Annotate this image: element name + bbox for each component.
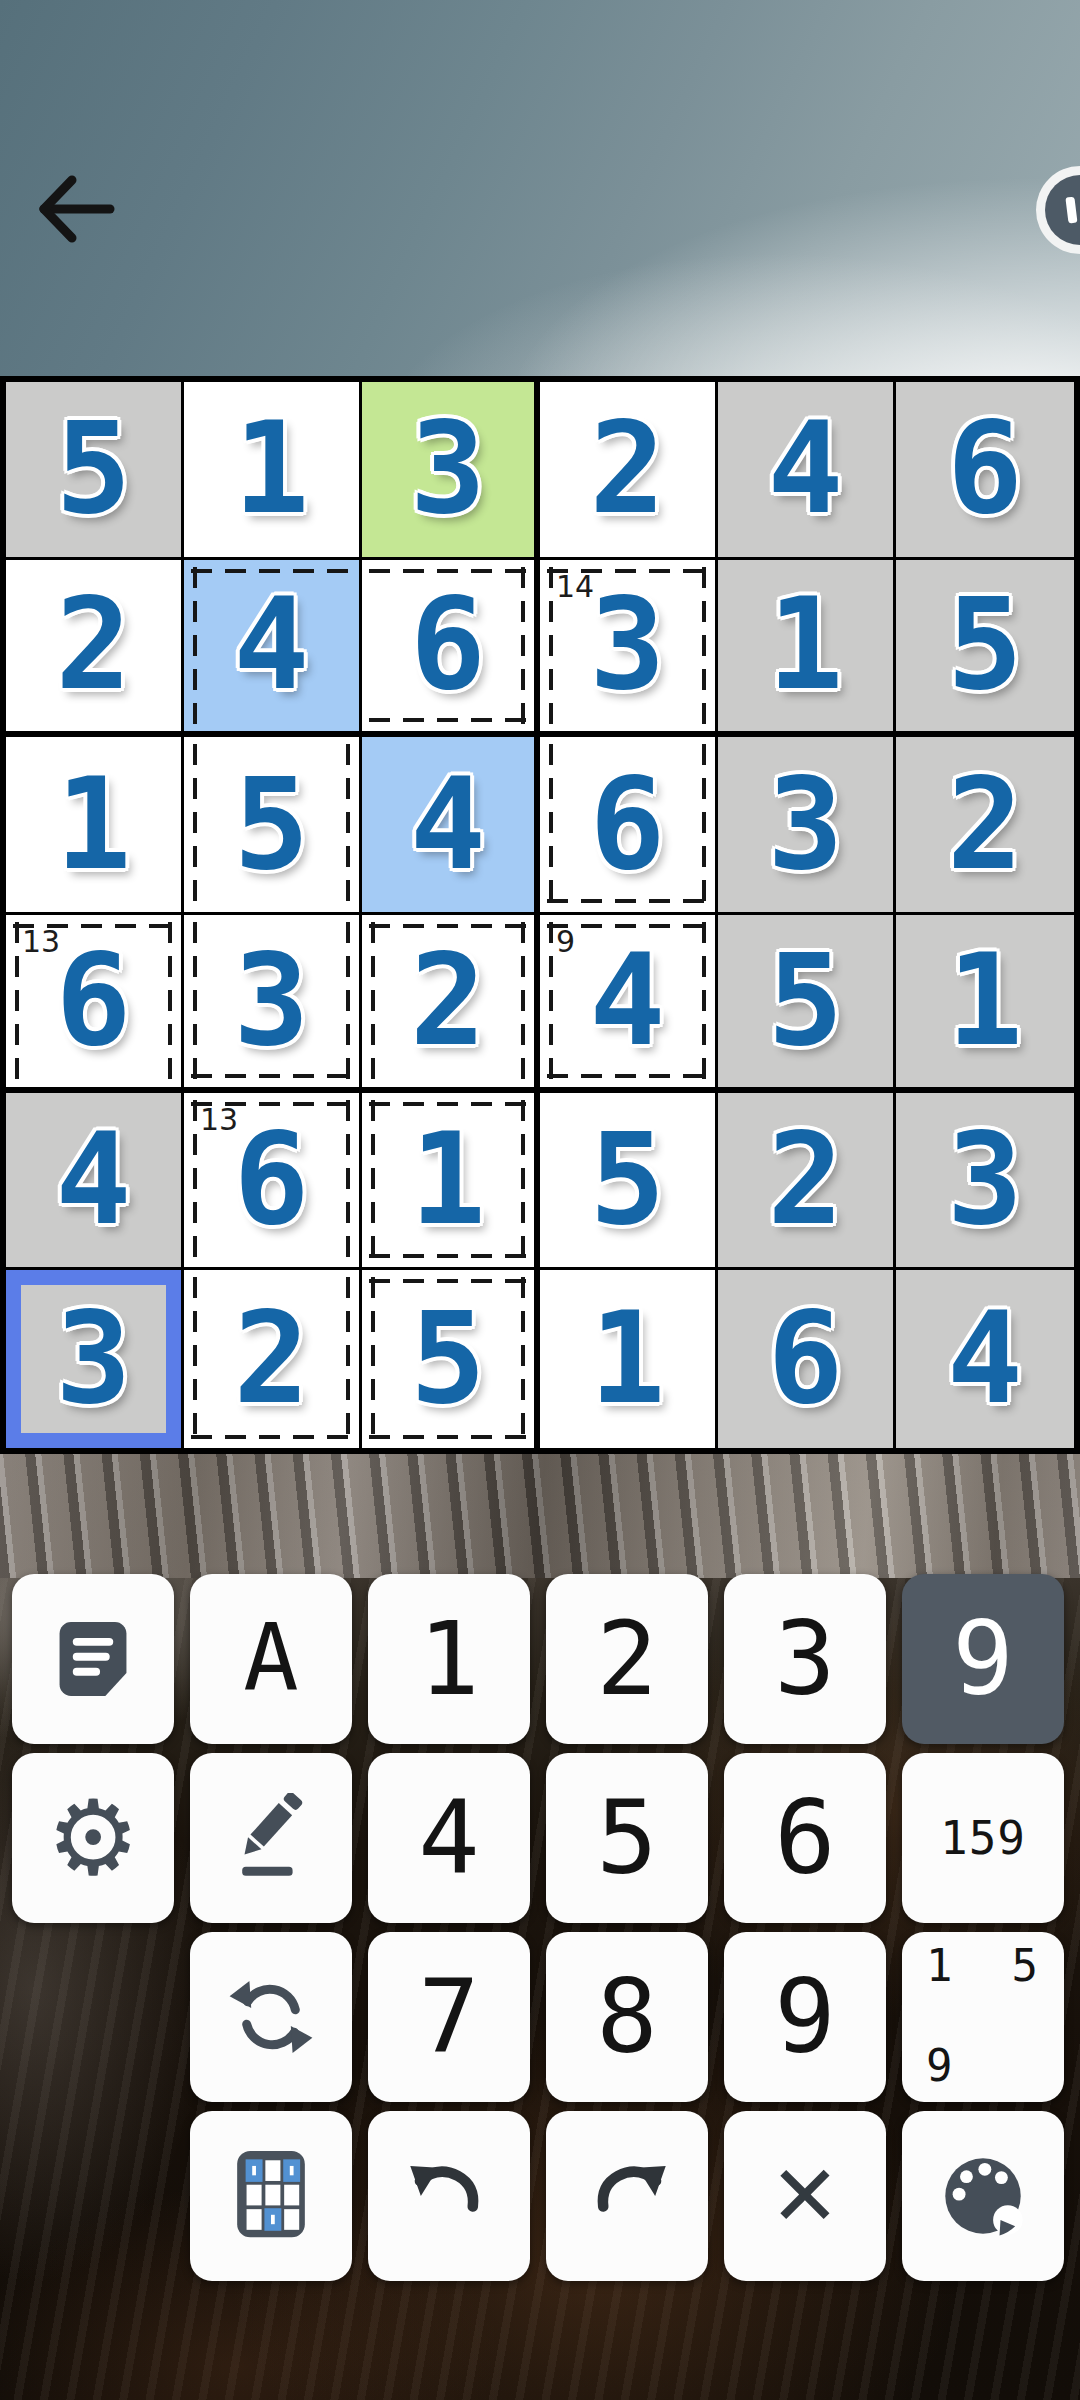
grid-cell-r5c6[interactable]: 3 — [896, 1093, 1074, 1271]
grid-cell-r4c3[interactable]: 2 — [362, 915, 540, 1093]
button-label: 9 — [952, 1608, 1013, 1710]
digit-8-button[interactable]: 8 — [546, 1932, 708, 2102]
button-label: 6 — [774, 1787, 835, 1889]
grid-cell-r5c5[interactable]: 2 — [718, 1093, 896, 1271]
cage-sum-label: 13 — [22, 925, 60, 958]
button-label: A — [243, 1613, 298, 1705]
button-label: 1 — [418, 1608, 479, 1710]
grid-cell-r6c3[interactable]: 5 — [362, 1270, 540, 1448]
cell-value: 3 — [768, 762, 844, 888]
cell-value: 5 — [768, 938, 844, 1064]
cage-border — [371, 1100, 375, 1261]
grid-cell-r4c4[interactable]: 94 — [540, 915, 718, 1093]
corner-note-digit: 1 — [926, 1944, 953, 1988]
corner-note-digit: 9 — [926, 2044, 953, 2088]
digit-5-button[interactable]: 5 — [546, 1753, 708, 1923]
sudoku-board: 5132462461431515463213632945141361523325… — [0, 376, 1080, 1454]
restart-button[interactable] — [190, 1932, 352, 2102]
undo-button[interactable] — [368, 2111, 530, 2281]
cage-border — [191, 1435, 352, 1439]
button-label: 5 — [596, 1787, 657, 1889]
cage-border — [521, 1100, 525, 1261]
cage-border — [369, 1254, 527, 1258]
digit-3-button[interactable]: 3 — [724, 1574, 886, 1744]
grid-cell-r1c2[interactable]: 1 — [184, 382, 362, 560]
back-arrow-icon — [34, 231, 118, 250]
grid-cell-r5c1[interactable]: 4 — [6, 1093, 184, 1271]
sky-background — [0, 0, 1080, 380]
cage-border — [193, 567, 197, 725]
clear-x-icon: ✕ — [770, 2154, 840, 2238]
cell-value: 2 — [947, 762, 1023, 888]
cell-value: 2 — [768, 1117, 844, 1243]
grid-layout-button[interactable] — [190, 2111, 352, 2281]
redo-button[interactable] — [546, 2111, 708, 2281]
cell-value: 3 — [410, 406, 486, 532]
grid-cell-r6c5[interactable]: 6 — [718, 1270, 896, 1448]
cage-border — [15, 922, 19, 1080]
restart-icon — [226, 1972, 316, 2062]
cage-border — [549, 567, 553, 725]
grid-cell-r4c1[interactable]: 136 — [6, 915, 184, 1093]
grid-cell-r1c4[interactable]: 2 — [540, 382, 718, 560]
clear-x-button[interactable]: ✕ — [724, 2111, 886, 2281]
cell-value: 1 — [768, 582, 844, 708]
cage-border — [193, 922, 197, 1080]
grid-cell-r1c6[interactable]: 6 — [896, 382, 1074, 560]
pencil-edit-button[interactable] — [190, 1753, 352, 1923]
grid-cell-r3c4[interactable]: 6 — [540, 737, 718, 915]
cell-value: 3 — [947, 1117, 1023, 1243]
cell-value: 6 — [234, 1117, 310, 1243]
grid-cell-r5c2[interactable]: 136 — [184, 1093, 362, 1271]
cage-border — [702, 567, 706, 725]
cell-value: 6 — [410, 582, 486, 708]
cage-border — [369, 718, 527, 722]
digit-9-button[interactable]: 9 — [724, 1932, 886, 2102]
cell-value: 6 — [56, 938, 132, 1064]
cage-sum-label: 9 — [556, 925, 575, 958]
cell-value: 4 — [410, 762, 486, 888]
digit-9-button[interactable]: 9 — [902, 1574, 1064, 1744]
redo-icon — [583, 2152, 671, 2240]
grid-cell-r4c5[interactable]: 5 — [718, 915, 896, 1093]
cell-value: 1 — [56, 762, 132, 888]
grid-cell-r2c2[interactable]: 4 — [184, 560, 362, 738]
digit-7-button[interactable]: 7 — [368, 1932, 530, 2102]
center-notes-button[interactable]: 159 — [902, 1753, 1064, 1923]
settings-gear-button[interactable]: ⚙ — [12, 1753, 174, 1923]
cage-border — [702, 922, 706, 1080]
grid-cell-r2c1[interactable]: 2 — [6, 560, 184, 738]
cell-value: 1 — [947, 938, 1023, 1064]
cell-value: 2 — [410, 938, 486, 1064]
cell-value: 4 — [768, 406, 844, 532]
cage-border — [547, 899, 708, 903]
cell-value: 6 — [768, 1296, 844, 1422]
grid-cell-r6c6[interactable]: 4 — [896, 1270, 1074, 1448]
grid-cell-r3c2[interactable]: 5 — [184, 737, 362, 915]
cage-sum-label: 13 — [200, 1103, 238, 1136]
pause-icon — [1034, 241, 1080, 260]
cage-border — [346, 1100, 350, 1261]
cage-border — [371, 922, 375, 1080]
cage-border — [346, 1277, 350, 1441]
cage-border — [521, 1277, 525, 1441]
cage-border — [369, 1435, 527, 1439]
cage-border — [521, 567, 525, 725]
digit-6-button[interactable]: 6 — [724, 1753, 886, 1923]
cage-border — [702, 744, 706, 905]
pause-button[interactable] — [1034, 164, 1080, 260]
grid-layout-icon — [224, 2149, 318, 2243]
notes-button[interactable] — [12, 1574, 174, 1744]
digit-4-button[interactable]: 4 — [368, 1753, 530, 1923]
button-label: 9 — [774, 1966, 835, 2068]
grid-cell-r4c6[interactable]: 1 — [896, 915, 1074, 1093]
mountain-strip-background — [0, 1450, 1080, 1578]
palette-button[interactable] — [902, 2111, 1064, 2281]
cell-value: 3 — [590, 582, 666, 708]
cell-value: 3 — [234, 938, 310, 1064]
cell-value: 5 — [234, 762, 310, 888]
keypad: A1239⚙456159789159✕ — [0, 1574, 1080, 2281]
undo-icon — [405, 2152, 493, 2240]
grid-cell-r3c1[interactable]: 1 — [6, 737, 184, 915]
cage-border — [193, 1100, 197, 1261]
grid-cell-r1c3[interactable]: 3 — [362, 382, 540, 560]
button-label: 8 — [596, 1966, 657, 2068]
cage-border — [193, 744, 197, 905]
grid-cell-r6c2[interactable]: 2 — [184, 1270, 362, 1448]
cell-value: 1 — [234, 406, 310, 532]
digit-1-button[interactable]: 1 — [368, 1574, 530, 1744]
button-label: 159 — [940, 1815, 1026, 1861]
cage-border — [346, 744, 350, 905]
cell-value: 2 — [56, 582, 132, 708]
cell-value: 4 — [234, 582, 310, 708]
grid-cell-r1c1[interactable]: 5 — [6, 382, 184, 560]
corner-note-digit: 5 — [1012, 1944, 1039, 1988]
grid-cell-r3c5[interactable]: 3 — [718, 737, 896, 915]
cage-border — [549, 744, 553, 905]
grid-cell-r2c3[interactable]: 6 — [362, 560, 540, 738]
cell-value: 3 — [56, 1296, 132, 1422]
cage-border — [369, 1279, 527, 1283]
cage-border — [168, 922, 172, 1080]
grid-cell-r3c6[interactable]: 2 — [896, 737, 1074, 915]
settings-gear-icon: ⚙ — [46, 1786, 139, 1890]
cage-border — [346, 922, 350, 1080]
cell-value: 6 — [947, 406, 1023, 532]
grid-cell-r5c3[interactable]: 1 — [362, 1093, 540, 1271]
letter-A-button[interactable]: A — [190, 1574, 352, 1744]
corner-notes-button[interactable]: 159 — [902, 1932, 1064, 2102]
grid-cell-r4c2[interactable]: 3 — [184, 915, 362, 1093]
grid-cell-r2c4[interactable]: 143 — [540, 560, 718, 738]
button-label: 7 — [418, 1966, 479, 2068]
cell-value: 4 — [590, 938, 666, 1064]
cell-value: 1 — [410, 1117, 486, 1243]
grid-cell-r1c5[interactable]: 4 — [718, 382, 896, 560]
notes-icon — [49, 1615, 137, 1703]
cage-border — [547, 1074, 708, 1078]
cell-value: 1 — [590, 1296, 666, 1422]
cell-value: 2 — [590, 406, 666, 532]
grid-cell-r3c3[interactable]: 4 — [362, 737, 540, 915]
grid-cell-r5c4[interactable]: 5 — [540, 1093, 718, 1271]
cage-border — [191, 1074, 352, 1078]
cell-value: 5 — [56, 406, 132, 532]
grid-cell-r6c1[interactable]: 3 — [6, 1270, 184, 1448]
cell-value: 4 — [947, 1296, 1023, 1422]
button-label: 4 — [418, 1787, 479, 1889]
cell-value: 6 — [590, 762, 666, 888]
cell-value: 2 — [234, 1296, 310, 1422]
cage-border — [521, 922, 525, 1080]
cage-border — [193, 1277, 197, 1441]
back-button[interactable] — [34, 172, 118, 250]
cell-value: 5 — [947, 582, 1023, 708]
cage-border — [549, 922, 553, 1080]
button-label: 2 — [596, 1608, 657, 1710]
digit-2-button[interactable]: 2 — [546, 1574, 708, 1744]
grid-cell-r6c4[interactable]: 1 — [540, 1270, 718, 1448]
palette-icon — [937, 2150, 1029, 2242]
grid-cell-r2c5[interactable]: 1 — [718, 560, 896, 738]
grid-cell-r2c6[interactable]: 5 — [896, 560, 1074, 738]
cage-border — [371, 1277, 375, 1441]
cell-value: 5 — [410, 1296, 486, 1422]
cell-value: 4 — [56, 1117, 132, 1243]
cell-value: 5 — [590, 1117, 666, 1243]
button-label: 3 — [774, 1608, 835, 1710]
pencil-edit-icon — [226, 1793, 316, 1883]
cage-sum-label: 14 — [556, 570, 594, 603]
